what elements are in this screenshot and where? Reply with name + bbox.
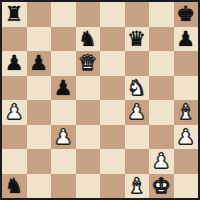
square-h8[interactable]: ♚ [174, 2, 199, 27]
square-f5[interactable]: ♞ [125, 76, 150, 101]
black-queen-icon[interactable]: ♛ [127, 27, 146, 51]
square-e1[interactable] [100, 174, 125, 199]
chess-board: ♜♚♞♛♟♟♟♛♟♞♟♟♝♟♟♟♞♝♚ [0, 0, 200, 200]
square-f4[interactable]: ♟ [125, 100, 150, 125]
black-pawn-icon[interactable]: ♟ [176, 27, 195, 51]
square-h2[interactable] [174, 149, 199, 174]
square-f8[interactable] [125, 2, 150, 27]
white-knight-icon[interactable]: ♞ [127, 76, 146, 100]
square-d7[interactable]: ♞ [76, 27, 101, 52]
square-d5[interactable] [76, 76, 101, 101]
white-pawn-icon[interactable]: ♟ [5, 100, 24, 124]
square-h4[interactable]: ♝ [174, 100, 199, 125]
square-e5[interactable] [100, 76, 125, 101]
square-c4[interactable] [51, 100, 76, 125]
black-pawn-icon[interactable]: ♟ [5, 51, 24, 75]
square-f7[interactable]: ♛ [125, 27, 150, 52]
square-a7[interactable] [2, 27, 27, 52]
white-bishop-icon[interactable]: ♝ [127, 174, 146, 198]
square-d6[interactable]: ♛ [76, 51, 101, 76]
white-pawn-icon[interactable]: ♟ [54, 125, 73, 149]
square-f1[interactable]: ♝ [125, 174, 150, 199]
square-a5[interactable] [2, 76, 27, 101]
black-knight-icon[interactable]: ♞ [5, 174, 24, 198]
square-a3[interactable] [2, 125, 27, 150]
square-g1[interactable]: ♚ [149, 174, 174, 199]
square-e3[interactable] [100, 125, 125, 150]
square-b1[interactable] [27, 174, 52, 199]
square-f3[interactable] [125, 125, 150, 150]
white-pawn-icon[interactable]: ♟ [127, 100, 146, 124]
white-king-icon[interactable]: ♚ [152, 174, 171, 198]
white-pawn-icon[interactable]: ♟ [176, 125, 195, 149]
square-b2[interactable] [27, 149, 52, 174]
square-a1[interactable]: ♞ [2, 174, 27, 199]
square-c5[interactable]: ♟ [51, 76, 76, 101]
square-e2[interactable] [100, 149, 125, 174]
square-h5[interactable] [174, 76, 199, 101]
square-b4[interactable] [27, 100, 52, 125]
square-c7[interactable] [51, 27, 76, 52]
square-h1[interactable] [174, 174, 199, 199]
square-b7[interactable] [27, 27, 52, 52]
square-e4[interactable] [100, 100, 125, 125]
square-h3[interactable]: ♟ [174, 125, 199, 150]
square-b6[interactable]: ♟ [27, 51, 52, 76]
square-e8[interactable] [100, 2, 125, 27]
black-pawn-icon[interactable]: ♟ [54, 76, 73, 100]
square-c3[interactable]: ♟ [51, 125, 76, 150]
square-a8[interactable]: ♜ [2, 2, 27, 27]
square-c6[interactable] [51, 51, 76, 76]
square-h7[interactable]: ♟ [174, 27, 199, 52]
square-g2[interactable]: ♟ [149, 149, 174, 174]
square-g6[interactable] [149, 51, 174, 76]
square-e7[interactable] [100, 27, 125, 52]
square-g5[interactable] [149, 76, 174, 101]
black-king-icon[interactable]: ♚ [176, 2, 195, 26]
square-b5[interactable] [27, 76, 52, 101]
square-f2[interactable] [125, 149, 150, 174]
square-d4[interactable] [76, 100, 101, 125]
white-queen-icon[interactable]: ♛ [78, 51, 97, 75]
square-d3[interactable] [76, 125, 101, 150]
square-a4[interactable]: ♟ [2, 100, 27, 125]
square-g8[interactable] [149, 2, 174, 27]
black-rook-icon[interactable]: ♜ [5, 2, 24, 26]
square-g3[interactable] [149, 125, 174, 150]
square-g7[interactable] [149, 27, 174, 52]
square-d8[interactable] [76, 2, 101, 27]
square-f6[interactable] [125, 51, 150, 76]
black-pawn-icon[interactable]: ♟ [29, 51, 48, 75]
square-h6[interactable] [174, 51, 199, 76]
square-c8[interactable] [51, 2, 76, 27]
square-d1[interactable] [76, 174, 101, 199]
square-a2[interactable] [2, 149, 27, 174]
square-g4[interactable] [149, 100, 174, 125]
square-d2[interactable] [76, 149, 101, 174]
white-pawn-icon[interactable]: ♟ [152, 149, 171, 173]
square-a6[interactable]: ♟ [2, 51, 27, 76]
square-e6[interactable] [100, 51, 125, 76]
square-c2[interactable] [51, 149, 76, 174]
black-knight-icon[interactable]: ♞ [78, 27, 97, 51]
white-bishop-icon[interactable]: ♝ [176, 100, 195, 124]
square-b8[interactable] [27, 2, 52, 27]
square-c1[interactable] [51, 174, 76, 199]
square-b3[interactable] [27, 125, 52, 150]
